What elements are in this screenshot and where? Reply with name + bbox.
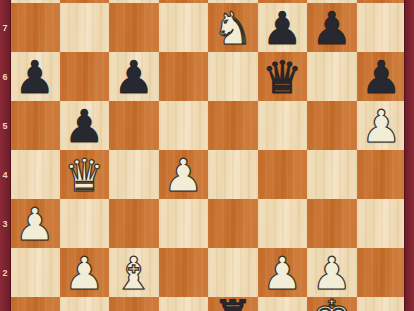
rank-label-3: 3 [0,219,10,229]
piece-black-pawn-c6[interactable]: ♟ [109,52,159,101]
square-e1[interactable]: ♜ [208,297,258,311]
square-f7[interactable]: ♟ [258,3,308,52]
square-h6[interactable]: ♟ [357,52,407,101]
square-a6[interactable]: ♟ [10,52,60,101]
piece-white-king-g1[interactable]: ♚ [307,291,357,311]
square-d1[interactable] [159,297,209,311]
square-e3[interactable] [208,199,258,248]
square-c2[interactable]: ♝ [109,248,159,297]
square-g4[interactable] [307,150,357,199]
square-h1[interactable] [357,297,407,311]
square-d6[interactable] [159,52,209,101]
square-e5[interactable] [208,101,258,150]
chess-board: ♞♟♟♟♟♛♟♟♟♛♟♟♟♝♟♟♜♚ [10,0,406,311]
square-h3[interactable] [357,199,407,248]
square-c7[interactable] [109,3,159,52]
square-g5[interactable] [307,101,357,150]
square-h4[interactable] [357,150,407,199]
board-border-right [404,0,414,311]
piece-black-rook-e1[interactable]: ♜ [208,291,258,311]
square-b7[interactable] [60,3,110,52]
square-h7[interactable] [357,3,407,52]
square-b3[interactable] [60,199,110,248]
piece-black-pawn-h6[interactable]: ♟ [357,52,407,101]
square-d4[interactable]: ♟ [159,150,209,199]
square-g1[interactable]: ♚ [307,297,357,311]
piece-white-pawn-b2[interactable]: ♟ [60,248,110,297]
square-f5[interactable] [258,101,308,150]
piece-white-bishop-c2[interactable]: ♝ [109,248,159,297]
chess-diagram: ♞♟♟♟♟♛♟♟♟♛♟♟♟♝♟♟♜♚ 765432 [0,0,414,311]
piece-black-pawn-f7[interactable]: ♟ [258,3,308,52]
piece-black-pawn-b5[interactable]: ♟ [60,101,110,150]
square-d2[interactable] [159,248,209,297]
rank-label-2: 2 [0,268,10,278]
square-a7[interactable] [10,3,60,52]
square-c6[interactable]: ♟ [109,52,159,101]
square-a3[interactable]: ♟ [10,199,60,248]
square-b1[interactable] [60,297,110,311]
piece-white-knight-e7[interactable]: ♞ [208,3,258,52]
square-f3[interactable] [258,199,308,248]
piece-white-pawn-f2[interactable]: ♟ [258,248,308,297]
square-h5[interactable]: ♟ [357,101,407,150]
square-b2[interactable]: ♟ [60,248,110,297]
square-g7[interactable]: ♟ [307,3,357,52]
square-d3[interactable] [159,199,209,248]
square-b5[interactable]: ♟ [60,101,110,150]
square-f6[interactable]: ♛ [258,52,308,101]
square-d7[interactable] [159,3,209,52]
square-c5[interactable] [109,101,159,150]
piece-white-queen-b4[interactable]: ♛ [60,150,110,199]
square-e7[interactable]: ♞ [208,3,258,52]
square-c3[interactable] [109,199,159,248]
square-h2[interactable] [357,248,407,297]
piece-white-pawn-h5[interactable]: ♟ [357,101,407,150]
square-f4[interactable] [258,150,308,199]
rank-label-4: 4 [0,170,10,180]
square-b6[interactable] [60,52,110,101]
piece-white-pawn-d4[interactable]: ♟ [159,150,209,199]
square-a4[interactable] [10,150,60,199]
rank-label-7: 7 [0,23,10,33]
square-f2[interactable]: ♟ [258,248,308,297]
piece-black-pawn-a6[interactable]: ♟ [10,52,60,101]
square-e6[interactable] [208,52,258,101]
rank-label-5: 5 [0,121,10,131]
square-g3[interactable] [307,199,357,248]
piece-white-pawn-a3[interactable]: ♟ [10,199,60,248]
square-a1[interactable] [10,297,60,311]
piece-black-queen-f6[interactable]: ♛ [258,52,308,101]
square-a5[interactable] [10,101,60,150]
piece-black-pawn-g7[interactable]: ♟ [307,3,357,52]
board-border-left [0,0,11,311]
rank-label-6: 6 [0,72,10,82]
square-f1[interactable] [258,297,308,311]
square-g6[interactable] [307,52,357,101]
square-e4[interactable] [208,150,258,199]
square-b4[interactable]: ♛ [60,150,110,199]
square-a2[interactable] [10,248,60,297]
square-d5[interactable] [159,101,209,150]
square-c4[interactable] [109,150,159,199]
square-c1[interactable] [109,297,159,311]
